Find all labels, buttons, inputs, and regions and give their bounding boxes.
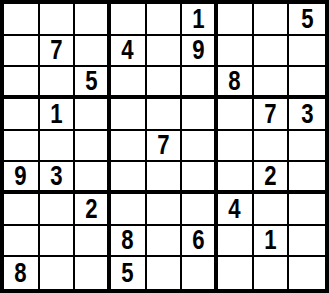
cell-r4c7[interactable]: [218, 99, 254, 131]
cell-r2c3[interactable]: [75, 36, 111, 68]
cell-r6c5[interactable]: [147, 162, 183, 194]
cell-r9c3[interactable]: [75, 257, 111, 289]
cell-r4c3[interactable]: [75, 99, 111, 131]
cell-r2c1[interactable]: [4, 36, 40, 68]
cell-r7c5[interactable]: [147, 194, 183, 226]
given-digit: 3: [301, 100, 313, 128]
cell-r5c8[interactable]: [254, 131, 290, 163]
cell-r3c7[interactable]: 8: [218, 67, 254, 99]
cell-r9c4[interactable]: 5: [111, 257, 147, 289]
cell-r2c8[interactable]: [254, 36, 290, 68]
given-digit: 4: [122, 36, 134, 64]
cell-r9c1[interactable]: 8: [4, 257, 40, 289]
cell-r4c5[interactable]: [147, 99, 183, 131]
given-digit: 6: [192, 226, 204, 254]
given-digit: 1: [192, 5, 204, 33]
cell-r2c9[interactable]: [289, 36, 325, 68]
cell-r2c6[interactable]: 9: [182, 36, 218, 68]
given-digit: 9: [192, 36, 204, 64]
cell-r7c2[interactable]: [40, 194, 76, 226]
cell-r4c8[interactable]: 7: [254, 99, 290, 131]
given-digit: 3: [50, 162, 62, 190]
cell-r6c3[interactable]: [75, 162, 111, 194]
cell-r6c9[interactable]: [289, 162, 325, 194]
cell-r5c7[interactable]: [218, 131, 254, 163]
given-digit: 8: [229, 67, 241, 95]
cell-r8c5[interactable]: [147, 226, 183, 258]
cell-r9c6[interactable]: [182, 257, 218, 289]
cell-r1c9[interactable]: 5: [289, 4, 325, 36]
cell-r7c1[interactable]: [4, 194, 40, 226]
given-digit: 7: [157, 131, 169, 159]
cell-r2c4[interactable]: 4: [111, 36, 147, 68]
cell-r8c8[interactable]: 1: [254, 226, 290, 258]
cell-r9c7[interactable]: [218, 257, 254, 289]
cell-r3c3[interactable]: 5: [75, 67, 111, 99]
cell-r4c2[interactable]: 1: [40, 99, 76, 131]
cell-r3c1[interactable]: [4, 67, 40, 99]
given-digit: 2: [85, 195, 97, 223]
cell-r7c4[interactable]: [111, 194, 147, 226]
cell-r2c2[interactable]: 7: [40, 36, 76, 68]
cell-r3c4[interactable]: [111, 67, 147, 99]
given-digit: 1: [50, 100, 62, 128]
cell-r8c6[interactable]: 6: [182, 226, 218, 258]
cell-r6c4[interactable]: [111, 162, 147, 194]
cell-r8c2[interactable]: [40, 226, 76, 258]
cell-r6c2[interactable]: 3: [40, 162, 76, 194]
cell-r6c1[interactable]: 9: [4, 162, 40, 194]
cell-r4c6[interactable]: [182, 99, 218, 131]
cell-r8c7[interactable]: [218, 226, 254, 258]
cell-r3c2[interactable]: [40, 67, 76, 99]
cell-r1c1[interactable]: [4, 4, 40, 36]
given-digit: 7: [50, 36, 62, 64]
cell-r8c3[interactable]: [75, 226, 111, 258]
given-digit: 5: [122, 259, 134, 287]
cell-r7c9[interactable]: [289, 194, 325, 226]
given-digit: 5: [85, 67, 97, 95]
given-digit: 9: [15, 162, 27, 190]
cell-r5c9[interactable]: [289, 131, 325, 163]
cell-r7c8[interactable]: [254, 194, 290, 226]
cell-r9c8[interactable]: [254, 257, 290, 289]
cell-r5c6[interactable]: [182, 131, 218, 163]
cell-r5c3[interactable]: [75, 131, 111, 163]
cell-r6c7[interactable]: [218, 162, 254, 194]
cell-r1c7[interactable]: [218, 4, 254, 36]
cell-r7c6[interactable]: [182, 194, 218, 226]
cell-r1c4[interactable]: [111, 4, 147, 36]
cell-r8c4[interactable]: 8: [111, 226, 147, 258]
cell-r3c8[interactable]: [254, 67, 290, 99]
cell-r8c9[interactable]: [289, 226, 325, 258]
cell-r9c5[interactable]: [147, 257, 183, 289]
given-digit: 1: [264, 226, 276, 254]
cell-r1c8[interactable]: [254, 4, 290, 36]
cell-r9c9[interactable]: [289, 257, 325, 289]
cell-r6c6[interactable]: [182, 162, 218, 194]
cell-r4c9[interactable]: 3: [289, 99, 325, 131]
cell-r3c6[interactable]: [182, 67, 218, 99]
cell-r1c5[interactable]: [147, 4, 183, 36]
cell-r5c4[interactable]: [111, 131, 147, 163]
cell-r2c7[interactable]: [218, 36, 254, 68]
cell-r1c6[interactable]: 1: [182, 4, 218, 36]
cell-r4c4[interactable]: [111, 99, 147, 131]
cell-r5c5[interactable]: 7: [147, 131, 183, 163]
given-digit: 4: [229, 195, 241, 223]
given-digit: 7: [264, 100, 276, 128]
cell-r9c2[interactable]: [40, 257, 76, 289]
cell-r3c5[interactable]: [147, 67, 183, 99]
given-digit: 8: [122, 226, 134, 254]
cell-r7c3[interactable]: 2: [75, 194, 111, 226]
cell-r8c1[interactable]: [4, 226, 40, 258]
cell-r6c8[interactable]: 2: [254, 162, 290, 194]
given-digit: 8: [15, 259, 27, 287]
given-digit: 2: [264, 162, 276, 190]
cell-r1c3[interactable]: [75, 4, 111, 36]
cell-r7c7[interactable]: 4: [218, 194, 254, 226]
sudoku-board: 157495817379322486185: [0, 0, 329, 293]
cell-r1c2[interactable]: [40, 4, 76, 36]
cell-r2c5[interactable]: [147, 36, 183, 68]
cell-r5c1[interactable]: [4, 131, 40, 163]
cell-r4c1[interactable]: [4, 99, 40, 131]
given-digit: 5: [301, 5, 313, 33]
cell-r3c9[interactable]: [289, 67, 325, 99]
cell-r5c2[interactable]: [40, 131, 76, 163]
